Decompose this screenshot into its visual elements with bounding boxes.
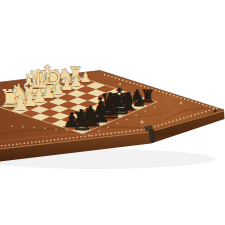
- chess-set-photo: ♜♟♟♜♞♟♟♞♝♟♟♝♚♟♟♚♛♟♟♛♝♟♟♝♞♟♟♞♜♟♟♜: [0, 0, 225, 225]
- inlay-mark: [11, 125, 13, 127]
- inlay-mark: [33, 127, 35, 129]
- corner-hinge-fitting: [214, 110, 217, 113]
- product-photo: ♜♟♟♜♞♟♟♞♝♟♟♝♚♟♟♚♛♟♟♛♝♟♟♝♞♟♟♞♜♟♟♜: [0, 0, 225, 225]
- piece-white-rook-a1: ♜: [0, 84, 21, 113]
- inlay-mark: [44, 128, 46, 130]
- inlay-mark: [22, 126, 24, 128]
- inlay-mark: [154, 107, 156, 109]
- inlay-mark: [55, 128, 57, 130]
- piece-black-pawn-a7: ♟: [63, 108, 81, 132]
